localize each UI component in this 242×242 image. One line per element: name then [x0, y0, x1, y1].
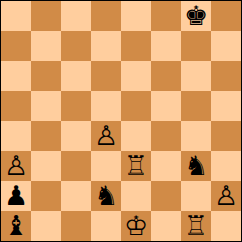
square-e7[interactable] — [121, 31, 151, 61]
square-c7[interactable] — [61, 31, 91, 61]
square-h4[interactable] — [211, 121, 241, 151]
square-f2[interactable] — [151, 181, 181, 211]
square-a3[interactable]: ♙ — [1, 151, 31, 181]
square-e4[interactable] — [121, 121, 151, 151]
piece-white-pawn-h2[interactable]: ♙ — [214, 182, 238, 209]
square-e1[interactable]: ♔ — [121, 211, 151, 241]
square-c6[interactable] — [61, 61, 91, 91]
square-h3[interactable] — [211, 151, 241, 181]
square-b6[interactable] — [31, 61, 61, 91]
square-h8[interactable] — [211, 1, 241, 31]
square-a7[interactable] — [1, 31, 31, 61]
square-c1[interactable] — [61, 211, 91, 241]
square-f4[interactable] — [151, 121, 181, 151]
square-c2[interactable] — [61, 181, 91, 211]
square-e3[interactable]: ♖ — [121, 151, 151, 181]
piece-white-king-e1[interactable]: ♔ — [124, 212, 148, 239]
piece-white-rook-e3[interactable]: ♖ — [124, 152, 148, 179]
square-f8[interactable] — [151, 1, 181, 31]
square-g1[interactable]: ♖ — [181, 211, 211, 241]
chess-board-frame: ♚♙♙♖♞♟♞♙♝♔♖ — [0, 0, 242, 242]
square-h6[interactable] — [211, 61, 241, 91]
square-e5[interactable] — [121, 91, 151, 121]
square-b5[interactable] — [31, 91, 61, 121]
square-g4[interactable] — [181, 121, 211, 151]
square-g7[interactable] — [181, 31, 211, 61]
square-d3[interactable] — [91, 151, 121, 181]
piece-black-king-g8[interactable]: ♚ — [184, 2, 208, 29]
square-b2[interactable] — [31, 181, 61, 211]
square-d5[interactable] — [91, 91, 121, 121]
piece-black-knight-d2[interactable]: ♞ — [94, 182, 118, 209]
square-g6[interactable] — [181, 61, 211, 91]
square-h7[interactable] — [211, 31, 241, 61]
square-h1[interactable] — [211, 211, 241, 241]
square-e2[interactable] — [121, 181, 151, 211]
square-e6[interactable] — [121, 61, 151, 91]
square-h5[interactable] — [211, 91, 241, 121]
square-e8[interactable] — [121, 1, 151, 31]
chess-board: ♚♙♙♖♞♟♞♙♝♔♖ — [1, 1, 241, 241]
piece-black-bishop-a1[interactable]: ♝ — [4, 212, 28, 239]
square-c8[interactable] — [61, 1, 91, 31]
square-b4[interactable] — [31, 121, 61, 151]
square-b7[interactable] — [31, 31, 61, 61]
square-b1[interactable] — [31, 211, 61, 241]
square-a2[interactable]: ♟ — [1, 181, 31, 211]
square-a1[interactable]: ♝ — [1, 211, 31, 241]
square-a8[interactable] — [1, 1, 31, 31]
square-h2[interactable]: ♙ — [211, 181, 241, 211]
square-c5[interactable] — [61, 91, 91, 121]
piece-white-pawn-a3[interactable]: ♙ — [4, 152, 28, 179]
square-g2[interactable] — [181, 181, 211, 211]
square-c4[interactable] — [61, 121, 91, 151]
square-b3[interactable] — [31, 151, 61, 181]
square-b8[interactable] — [31, 1, 61, 31]
square-c3[interactable] — [61, 151, 91, 181]
piece-white-pawn-d4[interactable]: ♙ — [94, 122, 118, 149]
square-g5[interactable] — [181, 91, 211, 121]
square-f1[interactable] — [151, 211, 181, 241]
square-a5[interactable] — [1, 91, 31, 121]
square-f3[interactable] — [151, 151, 181, 181]
square-d2[interactable]: ♞ — [91, 181, 121, 211]
square-f7[interactable] — [151, 31, 181, 61]
square-f6[interactable] — [151, 61, 181, 91]
square-d6[interactable] — [91, 61, 121, 91]
piece-black-knight-g3[interactable]: ♞ — [184, 152, 208, 179]
square-d7[interactable] — [91, 31, 121, 61]
square-g8[interactable]: ♚ — [181, 1, 211, 31]
square-a4[interactable] — [1, 121, 31, 151]
piece-black-pawn-a2[interactable]: ♟ — [4, 182, 28, 209]
square-a6[interactable] — [1, 61, 31, 91]
square-f5[interactable] — [151, 91, 181, 121]
square-d1[interactable] — [91, 211, 121, 241]
square-d8[interactable] — [91, 1, 121, 31]
piece-white-rook-g1[interactable]: ♖ — [184, 212, 208, 239]
square-d4[interactable]: ♙ — [91, 121, 121, 151]
square-g3[interactable]: ♞ — [181, 151, 211, 181]
